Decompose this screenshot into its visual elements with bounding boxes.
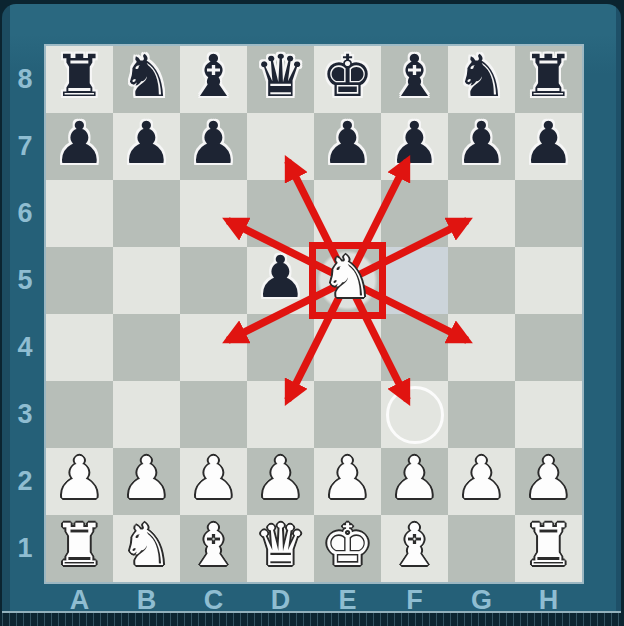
square-d7[interactable] — [247, 113, 314, 180]
black-pawn-h7[interactable]: ♟ — [523, 110, 575, 177]
square-e8[interactable]: ♚ — [314, 46, 381, 113]
square-g7[interactable]: ♟ — [448, 113, 515, 180]
square-e4[interactable] — [314, 314, 381, 381]
bottom-ruler-strip — [2, 611, 621, 626]
square-b2[interactable]: ♟ — [113, 448, 180, 515]
white-pawn-a2[interactable]: ♟ — [54, 445, 106, 512]
square-d5[interactable]: ♟ — [247, 247, 314, 314]
square-h7[interactable]: ♟ — [515, 113, 582, 180]
black-knight-b8[interactable]: ♞ — [121, 43, 173, 110]
square-b4[interactable] — [113, 314, 180, 381]
square-h5[interactable] — [515, 247, 582, 314]
white-pawn-e2[interactable]: ♟ — [322, 445, 374, 512]
white-rook-a1[interactable]: ♜ — [54, 512, 106, 579]
white-bishop-c1[interactable]: ♝ — [188, 512, 240, 579]
square-d4[interactable] — [247, 314, 314, 381]
white-rook-h1[interactable]: ♜ — [523, 512, 575, 579]
square-h2[interactable]: ♟ — [515, 448, 582, 515]
rank-label-3: 3 — [6, 381, 44, 448]
white-knight-e5[interactable]: ♞ — [322, 244, 374, 311]
square-e3[interactable] — [314, 381, 381, 448]
square-h8[interactable]: ♜ — [515, 46, 582, 113]
white-pawn-h2[interactable]: ♟ — [523, 445, 575, 512]
rank-label-5: 5 — [6, 247, 44, 314]
black-rook-a8[interactable]: ♜ — [54, 43, 106, 110]
square-f8[interactable]: ♝ — [381, 46, 448, 113]
square-d1[interactable]: ♛ — [247, 515, 314, 582]
square-d8[interactable]: ♛ — [247, 46, 314, 113]
black-pawn-a7[interactable]: ♟ — [54, 110, 106, 177]
black-pawn-c7[interactable]: ♟ — [188, 110, 240, 177]
black-pawn-d5[interactable]: ♟ — [255, 244, 307, 311]
square-g2[interactable]: ♟ — [448, 448, 515, 515]
rank-label-6: 6 — [6, 180, 44, 247]
square-c1[interactable]: ♝ — [180, 515, 247, 582]
square-g8[interactable]: ♞ — [448, 46, 515, 113]
black-bishop-f8[interactable]: ♝ — [389, 43, 441, 110]
square-h1[interactable]: ♜ — [515, 515, 582, 582]
square-c5[interactable] — [180, 247, 247, 314]
square-g3[interactable] — [448, 381, 515, 448]
chess-board[interactable]: ♜♞♝♛♚♝♞♜♟♟♟♟♟♟♟♟♞♟♟♟♟♟♟♟♟♜♞♝♛♚♝♜ — [46, 46, 582, 582]
black-knight-g8[interactable]: ♞ — [456, 43, 508, 110]
square-d3[interactable] — [247, 381, 314, 448]
square-g1[interactable] — [448, 515, 515, 582]
rank-label-1: 1 — [6, 515, 44, 582]
white-pawn-d2[interactable]: ♟ — [255, 445, 307, 512]
white-king-e1[interactable]: ♚ — [322, 512, 374, 579]
square-b8[interactable]: ♞ — [113, 46, 180, 113]
black-king-e8[interactable]: ♚ — [322, 43, 374, 110]
rank-labels: 87654321 — [6, 46, 44, 582]
square-f1[interactable]: ♝ — [381, 515, 448, 582]
square-g4[interactable] — [448, 314, 515, 381]
square-f7[interactable]: ♟ — [381, 113, 448, 180]
square-g6[interactable] — [448, 180, 515, 247]
square-b6[interactable] — [113, 180, 180, 247]
square-b7[interactable]: ♟ — [113, 113, 180, 180]
square-c3[interactable] — [180, 381, 247, 448]
square-e1[interactable]: ♚ — [314, 515, 381, 582]
app-window-panel: 87654321 ABCDEFGH ♜♞♝♛♚♝♞♜♟♟♟♟♟♟♟♟♞♟♟♟♟♟… — [2, 4, 621, 626]
white-pawn-g2[interactable]: ♟ — [456, 445, 508, 512]
square-a7[interactable]: ♟ — [46, 113, 113, 180]
square-h4[interactable] — [515, 314, 582, 381]
black-queen-d8[interactable]: ♛ — [255, 43, 307, 110]
square-c7[interactable]: ♟ — [180, 113, 247, 180]
square-c6[interactable] — [180, 180, 247, 247]
square-c2[interactable]: ♟ — [180, 448, 247, 515]
square-b1[interactable]: ♞ — [113, 515, 180, 582]
square-b5[interactable] — [113, 247, 180, 314]
square-h6[interactable] — [515, 180, 582, 247]
square-e7[interactable]: ♟ — [314, 113, 381, 180]
white-pawn-b2[interactable]: ♟ — [121, 445, 173, 512]
square-e6[interactable] — [314, 180, 381, 247]
rank-label-4: 4 — [6, 314, 44, 381]
white-knight-b1[interactable]: ♞ — [121, 512, 173, 579]
square-f6[interactable] — [381, 180, 448, 247]
square-f4[interactable] — [381, 314, 448, 381]
black-rook-h8[interactable]: ♜ — [523, 43, 575, 110]
rank-label-8: 8 — [6, 46, 44, 113]
square-a5[interactable] — [46, 247, 113, 314]
black-pawn-b7[interactable]: ♟ — [121, 110, 173, 177]
square-f5[interactable] — [381, 247, 448, 314]
square-e2[interactable]: ♟ — [314, 448, 381, 515]
square-a3[interactable] — [46, 381, 113, 448]
square-b3[interactable] — [113, 381, 180, 448]
white-bishop-f1[interactable]: ♝ — [389, 512, 441, 579]
black-bishop-c8[interactable]: ♝ — [188, 43, 240, 110]
white-pawn-f2[interactable]: ♟ — [389, 445, 441, 512]
square-a2[interactable]: ♟ — [46, 448, 113, 515]
rank-label-2: 2 — [6, 448, 44, 515]
square-f2[interactable]: ♟ — [381, 448, 448, 515]
square-f3[interactable] — [381, 381, 448, 448]
white-pawn-c2[interactable]: ♟ — [188, 445, 240, 512]
square-a4[interactable] — [46, 314, 113, 381]
square-a6[interactable] — [46, 180, 113, 247]
square-a8[interactable]: ♜ — [46, 46, 113, 113]
white-queen-d1[interactable]: ♛ — [255, 512, 307, 579]
black-pawn-e7[interactable]: ♟ — [322, 110, 374, 177]
black-pawn-f7[interactable]: ♟ — [389, 110, 441, 177]
rank-label-7: 7 — [6, 113, 44, 180]
square-d6[interactable] — [247, 180, 314, 247]
square-d2[interactable]: ♟ — [247, 448, 314, 515]
square-g5[interactable] — [448, 247, 515, 314]
square-c8[interactable]: ♝ — [180, 46, 247, 113]
black-pawn-g7[interactable]: ♟ — [456, 110, 508, 177]
square-a1[interactable]: ♜ — [46, 515, 113, 582]
square-e5[interactable]: ♞ — [314, 247, 381, 314]
square-h3[interactable] — [515, 381, 582, 448]
square-c4[interactable] — [180, 314, 247, 381]
